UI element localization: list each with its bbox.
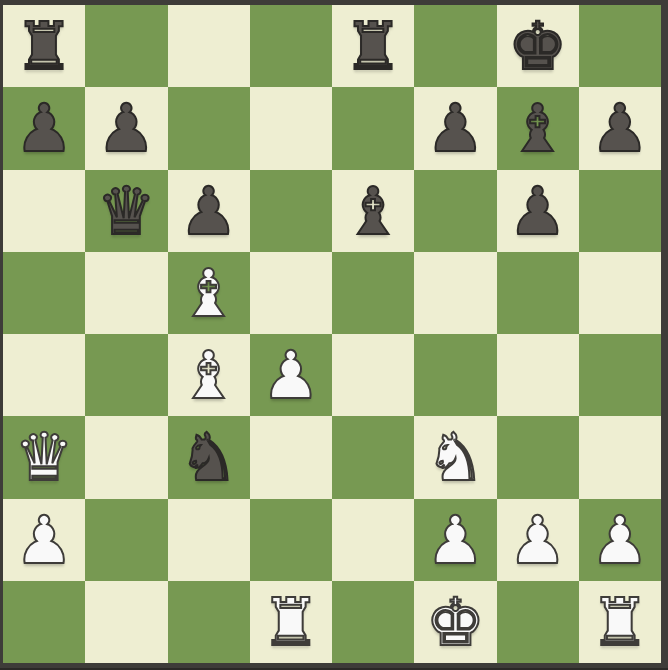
square-e6[interactable]: ♝	[332, 170, 414, 252]
board-frame: ♜♜♚♟♟♟♝♟♛♟♝♟♝♝♟♛♞♞♟♟♟♟♜♚♜	[0, 0, 668, 670]
square-c3[interactable]: ♞	[168, 416, 250, 498]
square-b3[interactable]	[85, 416, 167, 498]
square-h2[interactable]: ♟	[579, 499, 661, 581]
square-a7[interactable]: ♟	[3, 87, 85, 169]
black-queen-piece[interactable]: ♛	[97, 179, 156, 245]
white-rook-piece[interactable]: ♜	[261, 590, 320, 656]
square-h4[interactable]	[579, 334, 661, 416]
white-pawn-piece[interactable]: ♟	[508, 508, 567, 574]
square-e7[interactable]	[332, 87, 414, 169]
square-h5[interactable]	[579, 252, 661, 334]
square-a5[interactable]	[3, 252, 85, 334]
square-e5[interactable]	[332, 252, 414, 334]
square-d5[interactable]	[250, 252, 332, 334]
square-e4[interactable]	[332, 334, 414, 416]
square-c4[interactable]: ♝	[168, 334, 250, 416]
square-d7[interactable]	[250, 87, 332, 169]
white-pawn-piece[interactable]: ♟	[590, 508, 649, 574]
square-b7[interactable]: ♟	[85, 87, 167, 169]
white-bishop-piece[interactable]: ♝	[179, 343, 238, 409]
black-bishop-piece[interactable]: ♝	[344, 179, 403, 245]
square-g3[interactable]	[497, 416, 579, 498]
square-f4[interactable]	[414, 334, 496, 416]
square-f5[interactable]	[414, 252, 496, 334]
black-pawn-piece[interactable]: ♟	[97, 96, 156, 162]
square-d6[interactable]	[250, 170, 332, 252]
square-g4[interactable]	[497, 334, 579, 416]
square-f2[interactable]: ♟	[414, 499, 496, 581]
white-knight-piece[interactable]: ♞	[426, 425, 485, 491]
black-rook-piece[interactable]: ♜	[15, 14, 74, 80]
square-e8[interactable]: ♜	[332, 5, 414, 87]
black-pawn-piece[interactable]: ♟	[426, 96, 485, 162]
black-pawn-piece[interactable]: ♟	[15, 96, 74, 162]
square-d3[interactable]	[250, 416, 332, 498]
square-a1[interactable]	[3, 581, 85, 663]
square-h3[interactable]	[579, 416, 661, 498]
black-knight-piece[interactable]: ♞	[179, 425, 238, 491]
white-bishop-piece[interactable]: ♝	[179, 261, 238, 327]
white-queen-piece[interactable]: ♛	[15, 425, 74, 491]
white-pawn-piece[interactable]: ♟	[15, 508, 74, 574]
square-h6[interactable]	[579, 170, 661, 252]
black-pawn-piece[interactable]: ♟	[179, 179, 238, 245]
white-rook-piece[interactable]: ♜	[590, 590, 649, 656]
square-a2[interactable]: ♟	[3, 499, 85, 581]
square-f3[interactable]: ♞	[414, 416, 496, 498]
square-g7[interactable]: ♝	[497, 87, 579, 169]
square-d2[interactable]	[250, 499, 332, 581]
square-c2[interactable]	[168, 499, 250, 581]
black-bishop-piece[interactable]: ♝	[508, 96, 567, 162]
square-f7[interactable]: ♟	[414, 87, 496, 169]
square-h7[interactable]: ♟	[579, 87, 661, 169]
square-g6[interactable]: ♟	[497, 170, 579, 252]
white-pawn-piece[interactable]: ♟	[426, 508, 485, 574]
square-a3[interactable]: ♛	[3, 416, 85, 498]
black-pawn-piece[interactable]: ♟	[590, 96, 649, 162]
square-f8[interactable]	[414, 5, 496, 87]
square-a6[interactable]	[3, 170, 85, 252]
square-c1[interactable]	[168, 581, 250, 663]
black-king-piece[interactable]: ♚	[508, 14, 567, 80]
square-b5[interactable]	[85, 252, 167, 334]
square-g2[interactable]: ♟	[497, 499, 579, 581]
black-rook-piece[interactable]: ♜	[344, 14, 403, 80]
square-b8[interactable]	[85, 5, 167, 87]
square-g1[interactable]	[497, 581, 579, 663]
white-king-piece[interactable]: ♚	[426, 590, 485, 656]
white-pawn-piece[interactable]: ♟	[261, 343, 320, 409]
square-a4[interactable]	[3, 334, 85, 416]
square-b1[interactable]	[85, 581, 167, 663]
square-b2[interactable]	[85, 499, 167, 581]
square-d4[interactable]: ♟	[250, 334, 332, 416]
square-a8[interactable]: ♜	[3, 5, 85, 87]
square-b4[interactable]	[85, 334, 167, 416]
square-e2[interactable]	[332, 499, 414, 581]
square-g8[interactable]: ♚	[497, 5, 579, 87]
chess-board: ♜♜♚♟♟♟♝♟♛♟♝♟♝♝♟♛♞♞♟♟♟♟♜♚♜	[3, 5, 661, 663]
square-c7[interactable]	[168, 87, 250, 169]
black-pawn-piece[interactable]: ♟	[508, 179, 567, 245]
square-f6[interactable]	[414, 170, 496, 252]
square-e1[interactable]	[332, 581, 414, 663]
square-f1[interactable]: ♚	[414, 581, 496, 663]
square-c8[interactable]	[168, 5, 250, 87]
square-h1[interactable]: ♜	[579, 581, 661, 663]
square-e3[interactable]	[332, 416, 414, 498]
square-c5[interactable]: ♝	[168, 252, 250, 334]
square-b6[interactable]: ♛	[85, 170, 167, 252]
square-c6[interactable]: ♟	[168, 170, 250, 252]
square-d8[interactable]	[250, 5, 332, 87]
square-d1[interactable]: ♜	[250, 581, 332, 663]
square-h8[interactable]	[579, 5, 661, 87]
square-g5[interactable]	[497, 252, 579, 334]
